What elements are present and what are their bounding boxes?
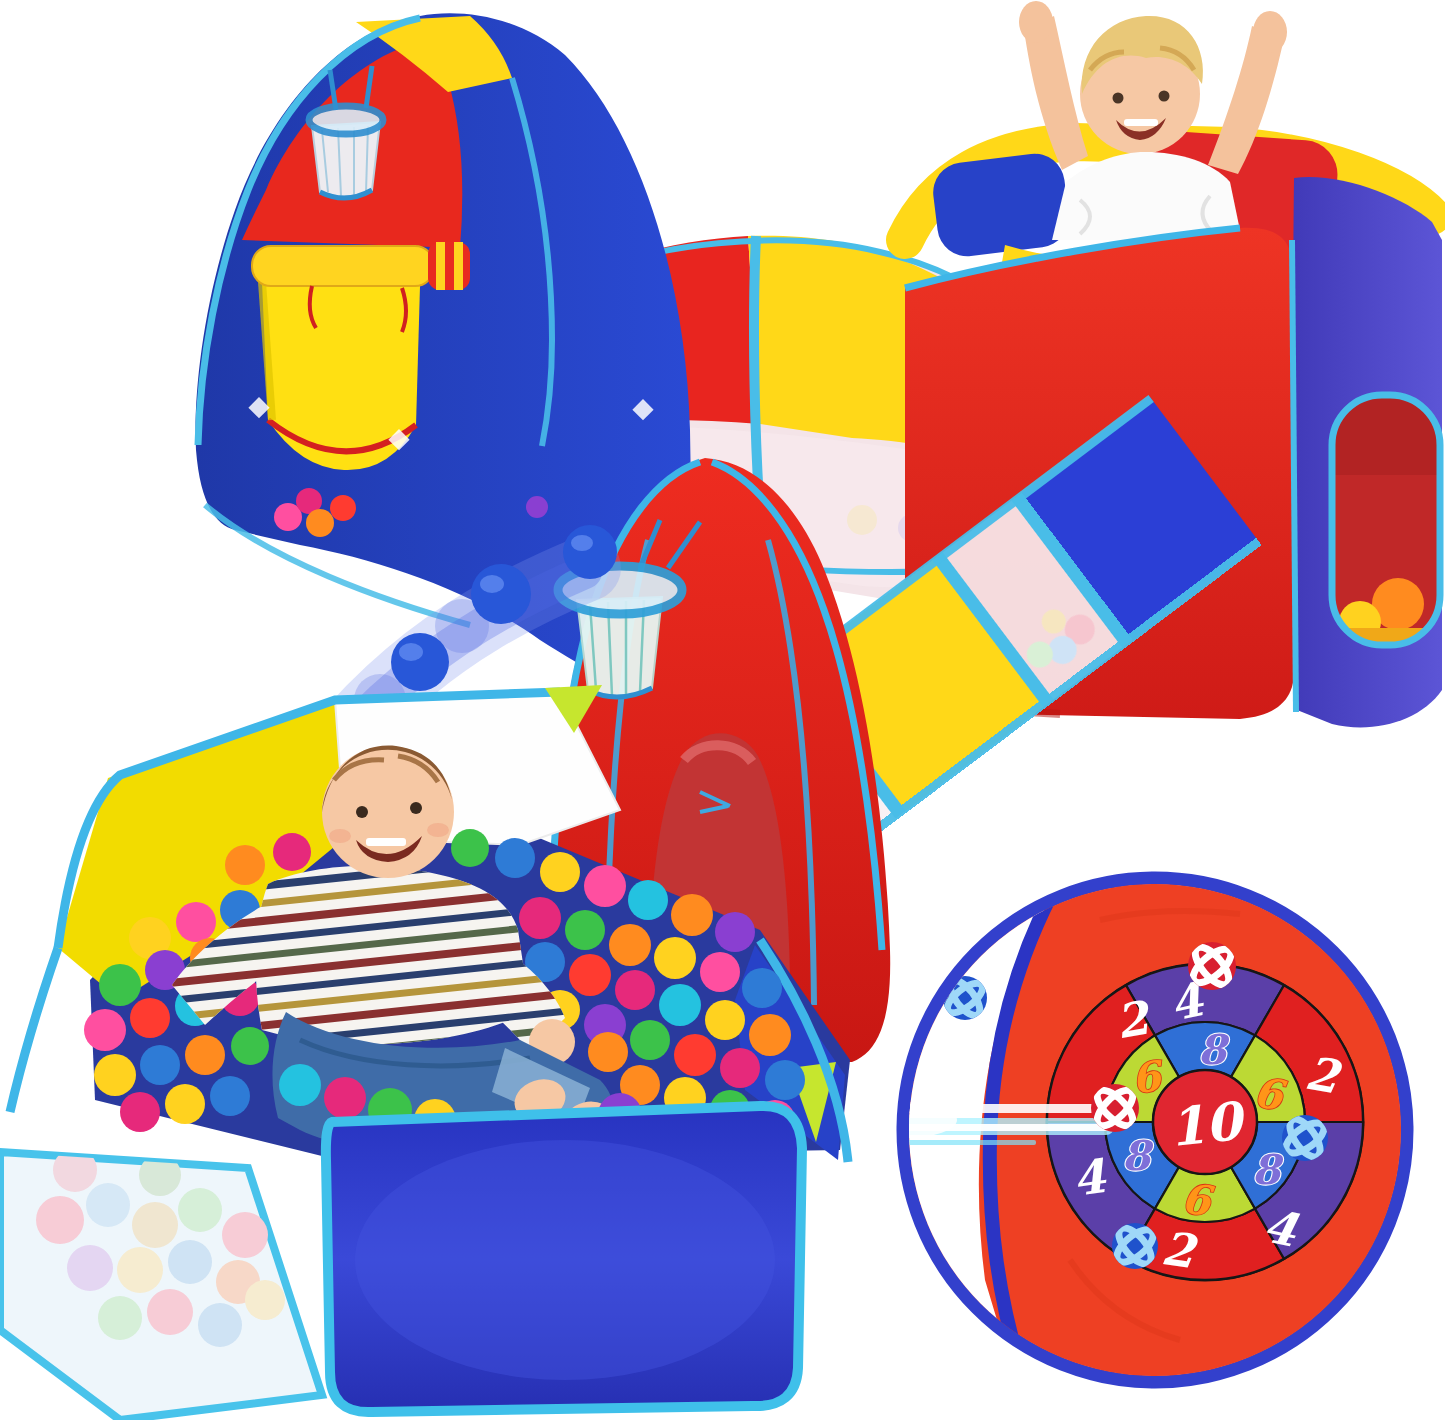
child-hand xyxy=(1019,1,1053,43)
sticky-ball-red-top xyxy=(1188,942,1236,990)
sticky-ball-red-flying xyxy=(1091,1084,1139,1132)
child-hand xyxy=(1253,11,1287,53)
dartboard-label-inner-lower-left: 8 xyxy=(1122,1132,1154,1180)
dartboard-label-inner-lower-right: 8 xyxy=(1252,1146,1284,1194)
blue-ball xyxy=(471,564,531,624)
dartboard-label-center: 10 xyxy=(1166,1089,1249,1158)
dartboard-label-inner-top: 8 xyxy=(1198,1026,1230,1074)
cube-porthole xyxy=(1332,395,1440,648)
hoop-ring xyxy=(309,106,383,134)
blue-ball xyxy=(391,633,449,691)
playset-illustration: 4 2 4 2 4 2 8 6 8 6 8 6 10 xyxy=(0,0,1445,1420)
blue-ball-on-hoop xyxy=(563,525,617,579)
product-photo: 4 2 4 2 4 2 8 6 8 6 8 6 10 xyxy=(0,0,1445,1420)
dartboard-inset: 4 2 4 2 4 2 8 6 8 6 8 6 10 xyxy=(853,878,1413,1388)
pit-front-mesh xyxy=(0,1148,322,1420)
